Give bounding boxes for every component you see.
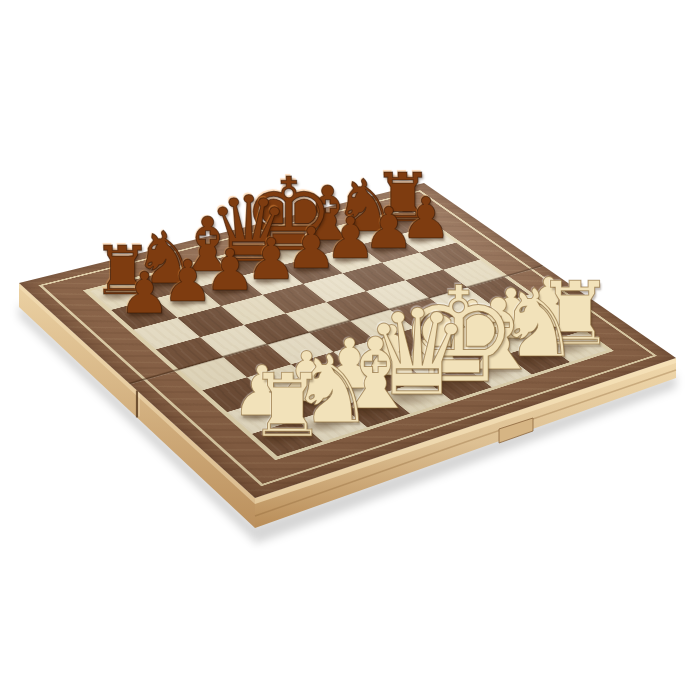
chess-set-photo: ♜♞♝♛♚♝♞♜♟♟♟♟♟♟♟♟♟♟♟♟♟♟♟♟♜♞♝♛♚♝♞♜ xyxy=(0,0,700,700)
black-pawn-piece[interactable]: ♟ xyxy=(119,265,170,322)
white-rook-piece[interactable]: ♜ xyxy=(248,363,326,450)
pieces-layer: ♜♞♝♛♚♝♞♜♟♟♟♟♟♟♟♟♟♟♟♟♟♟♟♟♜♞♝♛♚♝♞♜ xyxy=(0,0,700,700)
